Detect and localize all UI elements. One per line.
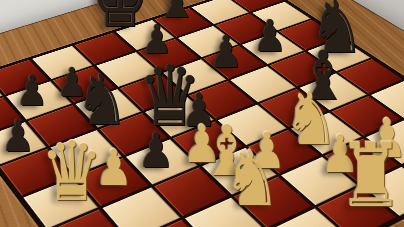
piece-black-p-f6[interactable]: ♟ bbox=[209, 30, 242, 74]
chess-scene: ♝♚♟♟♞♟♟♝♟♟♞♛♞♟♟♟♟♟♟♝♟♛♞♜ bbox=[0, 0, 404, 227]
piece-black-p-c4[interactable]: ♟ bbox=[138, 126, 174, 174]
piece-black-k-e8[interactable]: ♚ bbox=[91, 0, 148, 38]
piece-black-p-b7[interactable]: ♟ bbox=[16, 70, 48, 112]
piece-black-p-g6[interactable]: ♟ bbox=[253, 14, 286, 58]
piece-gold-n-d2[interactable]: ♞ bbox=[223, 140, 281, 217]
piece-black-p-a6[interactable]: ♟ bbox=[1, 114, 34, 158]
piece-gold-q-a4[interactable]: ♛ bbox=[41, 131, 103, 213]
piece-gold-r-f1[interactable]: ♜ bbox=[338, 132, 404, 220]
